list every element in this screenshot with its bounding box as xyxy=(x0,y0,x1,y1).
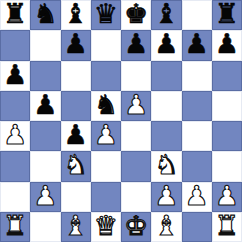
piece-black-pawn[interactable]: ♟ xyxy=(215,30,239,59)
square-d7[interactable] xyxy=(91,30,121,60)
chess-board: ♜♞♝♛♚♝♜♟♟♟♟♟♟♟♞♟♟♟♟♞♞♟♟♟♟♜♝♛♚♝♜ xyxy=(0,0,242,242)
square-h3[interactable] xyxy=(212,151,242,181)
square-g5[interactable] xyxy=(182,91,212,121)
square-g8[interactable] xyxy=(182,0,212,30)
piece-black-king[interactable]: ♚ xyxy=(124,0,148,29)
piece-white-pawn[interactable]: ♟ xyxy=(215,182,239,211)
square-h2[interactable]: ♟ xyxy=(212,182,242,212)
piece-white-bishop[interactable]: ♝ xyxy=(64,212,88,241)
piece-white-knight[interactable]: ♞ xyxy=(154,151,178,180)
square-e3[interactable] xyxy=(121,151,151,181)
square-e8[interactable]: ♚ xyxy=(121,0,151,30)
square-c2[interactable] xyxy=(61,182,91,212)
piece-black-knight[interactable]: ♞ xyxy=(33,0,57,29)
square-d4[interactable]: ♟ xyxy=(91,121,121,151)
square-g2[interactable]: ♟ xyxy=(182,182,212,212)
piece-black-queen[interactable]: ♛ xyxy=(94,0,118,29)
square-e6[interactable] xyxy=(121,61,151,91)
piece-black-bishop[interactable]: ♝ xyxy=(154,0,178,29)
square-f5[interactable] xyxy=(151,91,181,121)
square-d8[interactable]: ♛ xyxy=(91,0,121,30)
square-f8[interactable]: ♝ xyxy=(151,0,181,30)
piece-white-bishop[interactable]: ♝ xyxy=(154,212,178,241)
square-g4[interactable] xyxy=(182,121,212,151)
piece-white-queen[interactable]: ♛ xyxy=(94,212,118,241)
square-b1[interactable] xyxy=(30,212,60,242)
square-g1[interactable] xyxy=(182,212,212,242)
piece-white-rook[interactable]: ♜ xyxy=(3,212,27,241)
square-b8[interactable]: ♞ xyxy=(30,0,60,30)
square-b3[interactable] xyxy=(30,151,60,181)
square-g3[interactable] xyxy=(182,151,212,181)
square-f2[interactable]: ♟ xyxy=(151,182,181,212)
square-a8[interactable]: ♜ xyxy=(0,0,30,30)
square-e2[interactable] xyxy=(121,182,151,212)
square-d1[interactable]: ♛ xyxy=(91,212,121,242)
square-c8[interactable]: ♝ xyxy=(61,0,91,30)
square-a1[interactable]: ♜ xyxy=(0,212,30,242)
piece-white-pawn[interactable]: ♟ xyxy=(33,182,57,211)
square-d6[interactable] xyxy=(91,61,121,91)
square-g6[interactable] xyxy=(182,61,212,91)
square-d5[interactable]: ♞ xyxy=(91,91,121,121)
square-h8[interactable]: ♜ xyxy=(212,0,242,30)
square-a2[interactable] xyxy=(0,182,30,212)
piece-white-pawn[interactable]: ♟ xyxy=(94,121,118,150)
piece-black-knight[interactable]: ♞ xyxy=(94,91,118,120)
square-f1[interactable]: ♝ xyxy=(151,212,181,242)
piece-black-pawn[interactable]: ♟ xyxy=(154,30,178,59)
piece-white-pawn[interactable]: ♟ xyxy=(124,91,148,120)
square-f7[interactable]: ♟ xyxy=(151,30,181,60)
piece-white-pawn[interactable]: ♟ xyxy=(154,182,178,211)
square-a7[interactable] xyxy=(0,30,30,60)
square-f3[interactable]: ♞ xyxy=(151,151,181,181)
square-h5[interactable] xyxy=(212,91,242,121)
square-f4[interactable] xyxy=(151,121,181,151)
piece-white-pawn[interactable]: ♟ xyxy=(3,121,27,150)
square-e7[interactable]: ♟ xyxy=(121,30,151,60)
square-c5[interactable] xyxy=(61,91,91,121)
piece-black-rook[interactable]: ♜ xyxy=(3,0,27,29)
piece-white-knight[interactable]: ♞ xyxy=(64,151,88,180)
piece-black-pawn[interactable]: ♟ xyxy=(124,30,148,59)
square-f6[interactable] xyxy=(151,61,181,91)
piece-white-king[interactable]: ♚ xyxy=(124,212,148,241)
square-b7[interactable] xyxy=(30,30,60,60)
square-c1[interactable]: ♝ xyxy=(61,212,91,242)
piece-black-pawn[interactable]: ♟ xyxy=(64,121,88,150)
square-a5[interactable] xyxy=(0,91,30,121)
piece-white-pawn[interactable]: ♟ xyxy=(185,182,209,211)
square-e4[interactable] xyxy=(121,121,151,151)
square-h4[interactable] xyxy=(212,121,242,151)
square-c6[interactable] xyxy=(61,61,91,91)
square-h1[interactable]: ♜ xyxy=(212,212,242,242)
square-c4[interactable]: ♟ xyxy=(61,121,91,151)
piece-black-bishop[interactable]: ♝ xyxy=(64,0,88,29)
square-g7[interactable]: ♟ xyxy=(182,30,212,60)
square-d2[interactable] xyxy=(91,182,121,212)
piece-white-rook[interactable]: ♜ xyxy=(215,212,239,241)
square-a3[interactable] xyxy=(0,151,30,181)
square-a6[interactable]: ♟ xyxy=(0,61,30,91)
square-e1[interactable]: ♚ xyxy=(121,212,151,242)
square-a4[interactable]: ♟ xyxy=(0,121,30,151)
piece-black-pawn[interactable]: ♟ xyxy=(33,91,57,120)
square-c3[interactable]: ♞ xyxy=(61,151,91,181)
square-d3[interactable] xyxy=(91,151,121,181)
square-b4[interactable] xyxy=(30,121,60,151)
square-b6[interactable] xyxy=(30,61,60,91)
square-e5[interactable]: ♟ xyxy=(121,91,151,121)
square-c7[interactable]: ♟ xyxy=(61,30,91,60)
piece-black-pawn[interactable]: ♟ xyxy=(3,61,27,90)
square-b5[interactable]: ♟ xyxy=(30,91,60,121)
square-h6[interactable] xyxy=(212,61,242,91)
square-h7[interactable]: ♟ xyxy=(212,30,242,60)
piece-black-rook[interactable]: ♜ xyxy=(215,0,239,29)
piece-black-pawn[interactable]: ♟ xyxy=(185,30,209,59)
piece-black-pawn[interactable]: ♟ xyxy=(64,30,88,59)
square-b2[interactable]: ♟ xyxy=(30,182,60,212)
